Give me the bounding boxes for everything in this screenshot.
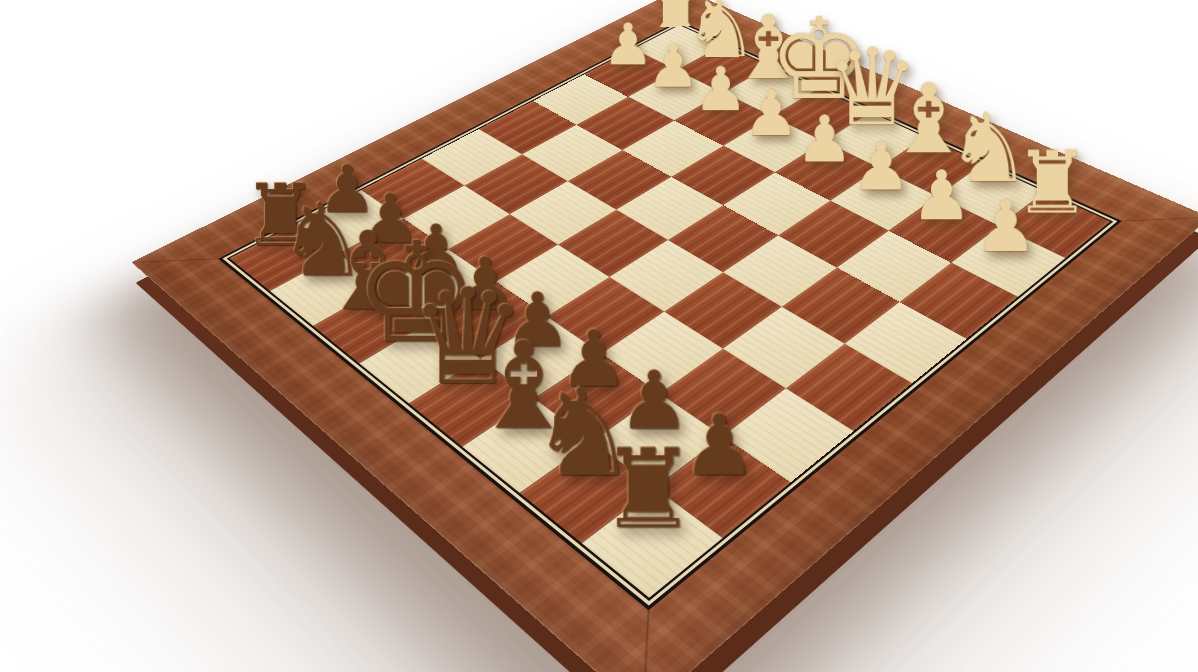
white-pawn-c2[interactable]: ♟ xyxy=(852,134,911,200)
white-pawn-a2[interactable]: ♟ xyxy=(974,192,1037,263)
square-a8[interactable]: ♜ xyxy=(582,488,723,598)
board-frame: ♜♞♝♚♛♝♞♜♟♟♟♟♟♟♟♟♟♟♟♟♟♟♟♟♜♞♝♚♛♝♞♜ xyxy=(132,0,1198,672)
white-pawn-b2[interactable]: ♟ xyxy=(911,162,972,230)
white-pawn-f2[interactable]: ♟ xyxy=(694,59,748,120)
white-pawn-g2[interactable]: ♟ xyxy=(647,37,700,96)
white-pawn-d2[interactable]: ♟ xyxy=(796,108,854,172)
board-border-pinstripe-outer: ♜♞♝♚♛♝♞♜♟♟♟♟♟♟♟♟♟♟♟♟♟♟♟♟♜♞♝♚♛♝♞♜ xyxy=(218,21,1122,611)
board-border-pinstripe-inner: ♜♞♝♚♛♝♞♜♟♟♟♟♟♟♟♟♟♟♟♟♟♟♟♟♜♞♝♚♛♝♞♜ xyxy=(227,24,1114,601)
board-border-pinstripe-gap: ♜♞♝♚♛♝♞♜♟♟♟♟♟♟♟♟♟♟♟♟♟♟♟♟♜♞♝♚♛♝♞♜ xyxy=(222,22,1117,605)
board-grid: ♜♞♝♚♛♝♞♜♟♟♟♟♟♟♟♟♟♟♟♟♟♟♟♟♜♞♝♚♛♝♞♜ xyxy=(229,25,1110,598)
square-d4[interactable] xyxy=(668,205,778,272)
scene: ♜♞♝♚♛♝♞♜♟♟♟♟♟♟♟♟♟♟♟♟♟♟♟♟♜♞♝♚♛♝♞♜ xyxy=(0,0,1198,672)
white-pawn-e2[interactable]: ♟ xyxy=(743,83,799,145)
chess-board: ♜♞♝♚♛♝♞♜♟♟♟♟♟♟♟♟♟♟♟♟♟♟♟♟♜♞♝♚♛♝♞♜ xyxy=(132,0,1198,672)
black-rook-a8[interactable]: ♜ xyxy=(599,433,698,543)
